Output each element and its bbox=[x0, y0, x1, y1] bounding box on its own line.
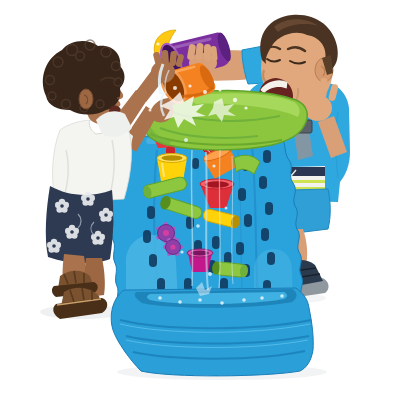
scene-illustration: Step2 bbox=[0, 0, 400, 400]
basin-base bbox=[111, 288, 313, 376]
toddler-ear bbox=[79, 89, 93, 109]
toddler-floral-shorts bbox=[46, 186, 113, 263]
photo-canvas: Step2 bbox=[0, 0, 400, 400]
yellow-cup bbox=[157, 154, 187, 182]
